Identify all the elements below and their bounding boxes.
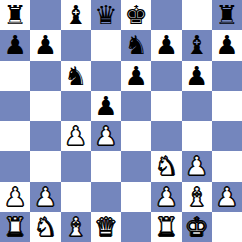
square-a5[interactable] bbox=[0, 91, 30, 121]
piece-white-bishop: ♝ bbox=[185, 182, 208, 212]
piece-black-pawn: ♟ bbox=[94, 91, 117, 121]
piece-white-pawn: ♟ bbox=[34, 182, 57, 212]
square-e1[interactable] bbox=[121, 212, 151, 242]
square-b8[interactable] bbox=[30, 0, 60, 30]
square-d7[interactable] bbox=[91, 30, 121, 60]
square-e4[interactable] bbox=[121, 121, 151, 151]
square-h8[interactable]: ♜ bbox=[212, 0, 242, 30]
square-b4[interactable] bbox=[30, 121, 60, 151]
square-f6[interactable] bbox=[151, 61, 181, 91]
square-g6[interactable]: ♟ bbox=[182, 61, 212, 91]
piece-white-knight: ♞ bbox=[34, 212, 57, 242]
square-f8[interactable] bbox=[151, 0, 181, 30]
square-h4[interactable] bbox=[212, 121, 242, 151]
piece-black-pawn: ♟ bbox=[124, 61, 147, 91]
square-d1[interactable]: ♛ bbox=[91, 212, 121, 242]
square-c7[interactable] bbox=[61, 30, 91, 60]
square-a7[interactable]: ♟ bbox=[0, 30, 30, 60]
piece-black-pawn: ♟ bbox=[3, 30, 26, 60]
square-h6[interactable] bbox=[212, 61, 242, 91]
square-b5[interactable] bbox=[30, 91, 60, 121]
piece-black-knight: ♞ bbox=[64, 61, 87, 91]
square-b7[interactable]: ♟ bbox=[30, 30, 60, 60]
piece-white-king: ♚ bbox=[185, 212, 208, 242]
square-e3[interactable] bbox=[121, 151, 151, 181]
square-b1[interactable]: ♞ bbox=[30, 212, 60, 242]
square-d8[interactable]: ♛ bbox=[91, 0, 121, 30]
square-g1[interactable]: ♚ bbox=[182, 212, 212, 242]
piece-white-pawn: ♟ bbox=[64, 121, 87, 151]
piece-black-king: ♚ bbox=[124, 0, 147, 30]
square-d2[interactable] bbox=[91, 182, 121, 212]
square-b3[interactable] bbox=[30, 151, 60, 181]
piece-white-queen: ♛ bbox=[94, 212, 117, 242]
piece-black-queen: ♛ bbox=[94, 0, 117, 30]
chess-board: ♜♝♛♚♜♟♟♞♟♝♟♞♟♟♟♟♟♞♟♟♟♟♝♟♜♞♝♛♜♚ bbox=[0, 0, 242, 242]
square-e6[interactable]: ♟ bbox=[121, 61, 151, 91]
square-a6[interactable] bbox=[0, 61, 30, 91]
square-a8[interactable]: ♜ bbox=[0, 0, 30, 30]
square-d4[interactable]: ♟ bbox=[91, 121, 121, 151]
square-f1[interactable]: ♜ bbox=[151, 212, 181, 242]
piece-white-rook: ♜ bbox=[3, 212, 26, 242]
square-h2[interactable]: ♟ bbox=[212, 182, 242, 212]
piece-white-pawn: ♟ bbox=[94, 121, 117, 151]
square-c4[interactable]: ♟ bbox=[61, 121, 91, 151]
piece-white-pawn: ♟ bbox=[185, 151, 208, 181]
square-c6[interactable]: ♞ bbox=[61, 61, 91, 91]
piece-black-pawn: ♟ bbox=[185, 61, 208, 91]
piece-black-pawn: ♟ bbox=[155, 30, 178, 60]
piece-white-bishop: ♝ bbox=[64, 212, 87, 242]
piece-white-pawn: ♟ bbox=[3, 182, 26, 212]
square-d3[interactable] bbox=[91, 151, 121, 181]
square-e8[interactable]: ♚ bbox=[121, 0, 151, 30]
piece-white-rook: ♜ bbox=[155, 212, 178, 242]
square-c3[interactable] bbox=[61, 151, 91, 181]
piece-white-pawn: ♟ bbox=[155, 182, 178, 212]
piece-black-pawn: ♟ bbox=[34, 30, 57, 60]
piece-white-pawn: ♟ bbox=[215, 182, 238, 212]
piece-black-rook: ♜ bbox=[3, 0, 26, 30]
square-f4[interactable] bbox=[151, 121, 181, 151]
square-h7[interactable]: ♟ bbox=[212, 30, 242, 60]
square-c2[interactable] bbox=[61, 182, 91, 212]
square-g2[interactable]: ♝ bbox=[182, 182, 212, 212]
piece-black-bishop: ♝ bbox=[64, 0, 87, 30]
square-a3[interactable] bbox=[0, 151, 30, 181]
piece-black-bishop: ♝ bbox=[185, 30, 208, 60]
square-g5[interactable] bbox=[182, 91, 212, 121]
square-e7[interactable]: ♞ bbox=[121, 30, 151, 60]
piece-black-knight: ♞ bbox=[124, 30, 147, 60]
square-g4[interactable] bbox=[182, 121, 212, 151]
square-h1[interactable] bbox=[212, 212, 242, 242]
square-d5[interactable]: ♟ bbox=[91, 91, 121, 121]
square-h5[interactable] bbox=[212, 91, 242, 121]
square-c8[interactable]: ♝ bbox=[61, 0, 91, 30]
square-a4[interactable] bbox=[0, 121, 30, 151]
square-e5[interactable] bbox=[121, 91, 151, 121]
square-g8[interactable] bbox=[182, 0, 212, 30]
piece-black-pawn: ♟ bbox=[215, 30, 238, 60]
square-f2[interactable]: ♟ bbox=[151, 182, 181, 212]
square-b6[interactable] bbox=[30, 61, 60, 91]
square-g3[interactable]: ♟ bbox=[182, 151, 212, 181]
square-e2[interactable] bbox=[121, 182, 151, 212]
piece-black-rook: ♜ bbox=[215, 0, 238, 30]
square-g7[interactable]: ♝ bbox=[182, 30, 212, 60]
square-a1[interactable]: ♜ bbox=[0, 212, 30, 242]
square-f5[interactable] bbox=[151, 91, 181, 121]
square-b2[interactable]: ♟ bbox=[30, 182, 60, 212]
square-h3[interactable] bbox=[212, 151, 242, 181]
square-a2[interactable]: ♟ bbox=[0, 182, 30, 212]
square-f7[interactable]: ♟ bbox=[151, 30, 181, 60]
piece-white-knight: ♞ bbox=[155, 151, 178, 181]
square-d6[interactable] bbox=[91, 61, 121, 91]
square-f3[interactable]: ♞ bbox=[151, 151, 181, 181]
square-c5[interactable] bbox=[61, 91, 91, 121]
square-c1[interactable]: ♝ bbox=[61, 212, 91, 242]
